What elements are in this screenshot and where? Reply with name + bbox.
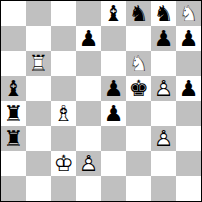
square-h5[interactable]: ♟ bbox=[176, 76, 201, 101]
square-b7[interactable] bbox=[26, 26, 51, 51]
square-g8[interactable]: ♞ bbox=[151, 1, 176, 26]
square-g5[interactable]: ♟♙ bbox=[151, 76, 176, 101]
black-rook: ♜ bbox=[1, 101, 26, 126]
square-f5[interactable]: ♚ bbox=[126, 76, 151, 101]
black-bishop: ♝ bbox=[1, 76, 26, 101]
square-f6[interactable]: ♞♘ bbox=[126, 51, 151, 76]
chess-board: ♝♞♞♞♘♟♟♟♜♖♞♘♝♟♚♟♙♟♜♝♗♟♜♟♙♚♔♟♙ bbox=[1, 1, 201, 201]
square-e2[interactable] bbox=[101, 151, 126, 176]
black-pawn: ♟ bbox=[76, 26, 101, 51]
square-b8[interactable] bbox=[26, 1, 51, 26]
square-h8[interactable]: ♞♘ bbox=[176, 1, 201, 26]
square-e5[interactable]: ♟ bbox=[101, 76, 126, 101]
square-g6[interactable] bbox=[151, 51, 176, 76]
square-d2[interactable]: ♟♙ bbox=[76, 151, 101, 176]
square-a2[interactable] bbox=[1, 151, 26, 176]
square-c4[interactable]: ♝♗ bbox=[51, 101, 76, 126]
square-g1[interactable] bbox=[151, 176, 176, 201]
black-bishop: ♝ bbox=[101, 1, 126, 26]
square-f8[interactable]: ♞ bbox=[126, 1, 151, 26]
square-h7[interactable]: ♟ bbox=[176, 26, 201, 51]
square-f3[interactable] bbox=[126, 126, 151, 151]
square-c7[interactable] bbox=[51, 26, 76, 51]
square-c1[interactable] bbox=[51, 176, 76, 201]
square-a6[interactable] bbox=[1, 51, 26, 76]
square-f1[interactable] bbox=[126, 176, 151, 201]
square-g3[interactable]: ♟♙ bbox=[151, 126, 176, 151]
square-a3[interactable]: ♜ bbox=[1, 126, 26, 151]
square-c6[interactable] bbox=[51, 51, 76, 76]
white-rook: ♜♖ bbox=[26, 51, 51, 76]
square-d4[interactable] bbox=[76, 101, 101, 126]
square-b2[interactable] bbox=[26, 151, 51, 176]
square-a1[interactable] bbox=[1, 176, 26, 201]
white-bishop: ♝♗ bbox=[51, 101, 76, 126]
square-d5[interactable] bbox=[76, 76, 101, 101]
black-knight: ♞ bbox=[126, 1, 151, 26]
square-h4[interactable] bbox=[176, 101, 201, 126]
black-pawn: ♟ bbox=[101, 76, 126, 101]
square-a7[interactable] bbox=[1, 26, 26, 51]
black-pawn: ♟ bbox=[176, 76, 201, 101]
square-f7[interactable] bbox=[126, 26, 151, 51]
square-e1[interactable] bbox=[101, 176, 126, 201]
square-e7[interactable] bbox=[101, 26, 126, 51]
square-d7[interactable]: ♟ bbox=[76, 26, 101, 51]
square-a4[interactable]: ♜ bbox=[1, 101, 26, 126]
square-c2[interactable]: ♚♔ bbox=[51, 151, 76, 176]
square-b1[interactable] bbox=[26, 176, 51, 201]
square-f4[interactable] bbox=[126, 101, 151, 126]
square-b6[interactable]: ♜♖ bbox=[26, 51, 51, 76]
white-pawn: ♟♙ bbox=[151, 76, 176, 101]
square-b4[interactable] bbox=[26, 101, 51, 126]
square-e4[interactable]: ♟ bbox=[101, 101, 126, 126]
square-a5[interactable]: ♝ bbox=[1, 76, 26, 101]
square-d1[interactable] bbox=[76, 176, 101, 201]
square-e8[interactable]: ♝ bbox=[101, 1, 126, 26]
black-rook: ♜ bbox=[1, 126, 26, 151]
square-c5[interactable] bbox=[51, 76, 76, 101]
square-b5[interactable] bbox=[26, 76, 51, 101]
square-f2[interactable] bbox=[126, 151, 151, 176]
square-h6[interactable] bbox=[176, 51, 201, 76]
square-h2[interactable] bbox=[176, 151, 201, 176]
square-h1[interactable] bbox=[176, 176, 201, 201]
square-d8[interactable] bbox=[76, 1, 101, 26]
black-pawn: ♟ bbox=[176, 26, 201, 51]
white-knight: ♞♘ bbox=[126, 51, 151, 76]
white-king: ♚♔ bbox=[51, 151, 76, 176]
square-e3[interactable] bbox=[101, 126, 126, 151]
square-e6[interactable] bbox=[101, 51, 126, 76]
square-g2[interactable] bbox=[151, 151, 176, 176]
square-h3[interactable] bbox=[176, 126, 201, 151]
black-knight: ♞ bbox=[151, 1, 176, 26]
square-g7[interactable]: ♟ bbox=[151, 26, 176, 51]
board-frame: ♝♞♞♞♘♟♟♟♜♖♞♘♝♟♚♟♙♟♜♝♗♟♜♟♙♚♔♟♙ bbox=[0, 0, 202, 202]
white-knight: ♞♘ bbox=[176, 1, 201, 26]
square-b3[interactable] bbox=[26, 126, 51, 151]
square-d6[interactable] bbox=[76, 51, 101, 76]
black-king: ♚ bbox=[126, 76, 151, 101]
square-a8[interactable] bbox=[1, 1, 26, 26]
square-g4[interactable] bbox=[151, 101, 176, 126]
square-c3[interactable] bbox=[51, 126, 76, 151]
white-pawn: ♟♙ bbox=[76, 151, 101, 176]
black-pawn: ♟ bbox=[101, 101, 126, 126]
white-pawn: ♟♙ bbox=[151, 126, 176, 151]
black-pawn: ♟ bbox=[151, 26, 176, 51]
square-d3[interactable] bbox=[76, 126, 101, 151]
square-c8[interactable] bbox=[51, 1, 76, 26]
